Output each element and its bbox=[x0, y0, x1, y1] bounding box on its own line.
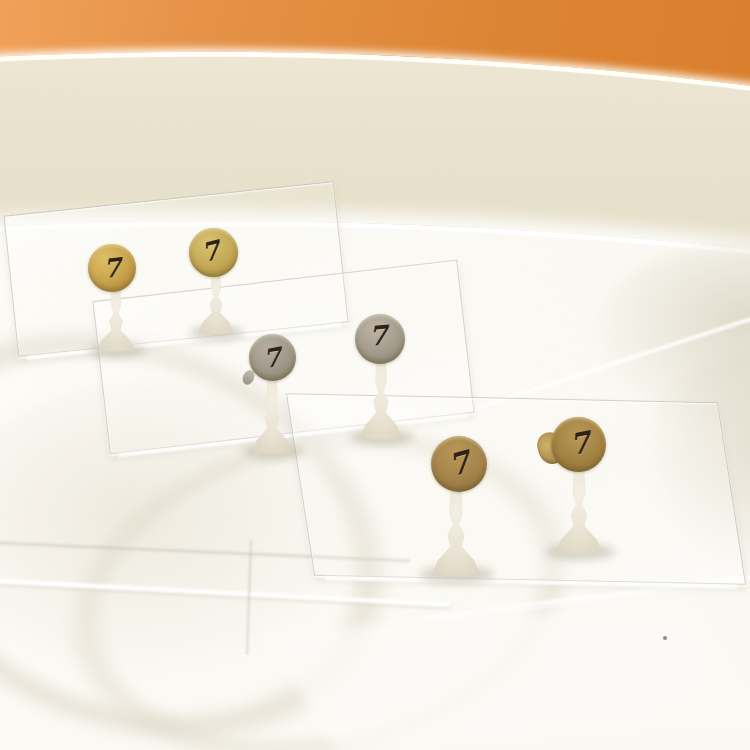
earring-gold-left: 7 bbox=[88, 244, 136, 292]
earring-silver-left: 7 bbox=[249, 334, 296, 381]
earring-bronze-right: 7 bbox=[551, 417, 606, 472]
earring-bronze-left: 7 bbox=[431, 436, 487, 492]
stamp-numeral: 7 bbox=[261, 343, 283, 372]
dust-speck bbox=[663, 636, 667, 640]
stamp-numeral: 7 bbox=[367, 321, 388, 350]
earring-gold-right: 7 bbox=[189, 228, 238, 277]
stamp-numeral: 7 bbox=[199, 236, 223, 266]
acrylic-card-3 bbox=[286, 393, 746, 585]
stamp-numeral: 7 bbox=[445, 447, 473, 482]
stamp-numeral: 7 bbox=[568, 428, 593, 460]
earring-silver-right: 7 bbox=[355, 314, 405, 364]
stamp-numeral: 7 bbox=[102, 254, 123, 282]
product-photo: 7 7 7 7 7 7 bbox=[0, 0, 750, 750]
